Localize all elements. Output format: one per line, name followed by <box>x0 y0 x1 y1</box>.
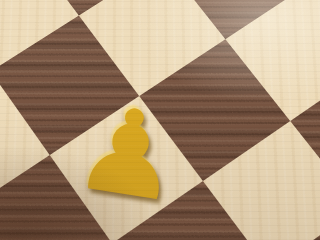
pawn-glyph: ♟ <box>68 86 191 219</box>
chessboard-photo: ♟ <box>0 0 320 240</box>
white-pawn[interactable]: ♟ <box>83 94 175 213</box>
